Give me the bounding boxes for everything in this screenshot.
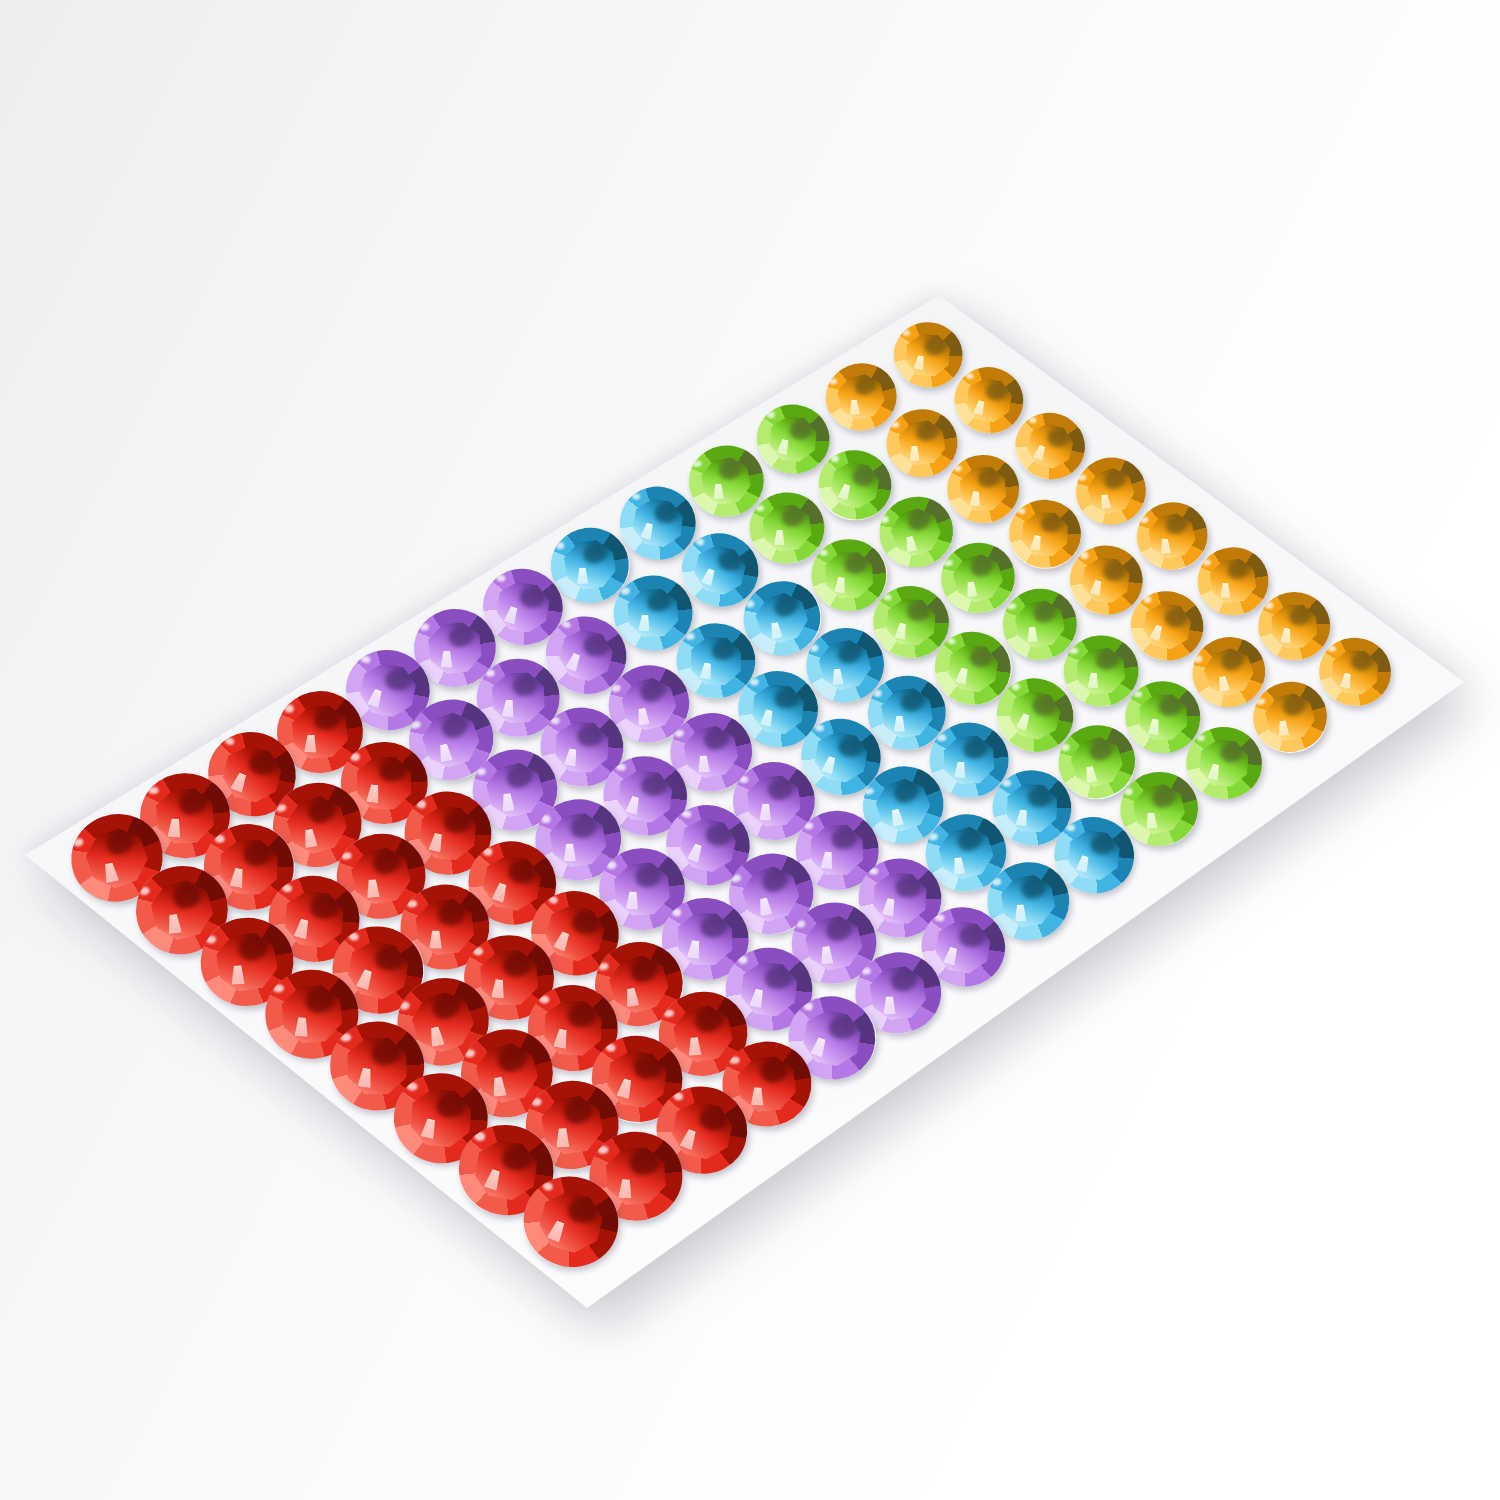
gem-table: [480, 950, 538, 1005]
gem-table: [1330, 648, 1380, 696]
gem-dark-reflection: [959, 925, 986, 948]
gem-table: [470, 1135, 541, 1204]
gem-specular-highlight: [619, 1178, 633, 1198]
gem-rim-glint: [556, 541, 565, 549]
gem-specular-highlight: [882, 898, 897, 917]
gem-dark-reflection: [914, 420, 941, 445]
gem-rim-glint: [561, 620, 572, 629]
gem-table: [1209, 558, 1258, 605]
gem-dark-reflection: [633, 862, 664, 890]
gem-table: [483, 759, 547, 821]
gem-specular-highlight: [626, 891, 639, 910]
gem-facets: [811, 538, 888, 611]
gem-rim-glint: [864, 786, 875, 795]
gem-rim-glint: [550, 716, 560, 724]
gem-specular-highlight: [420, 1118, 437, 1140]
gem-table: [871, 870, 929, 926]
gem-table: [355, 755, 412, 810]
gem-dark-reflection: [567, 1002, 598, 1029]
gem-dark-reflection: [709, 637, 737, 662]
gem-dark-reflection: [561, 1094, 596, 1126]
gem-dark-reflection: [1350, 651, 1375, 673]
gem-specular-highlight: [553, 930, 571, 952]
gem-dark-reflection: [1217, 646, 1246, 674]
gem-table: [1146, 511, 1198, 561]
gem-table: [493, 577, 553, 635]
gem-specular-highlight: [167, 913, 182, 934]
gem-specular-highlight: [910, 445, 920, 460]
gem-green: [750, 492, 825, 563]
gem-specular-highlight: [625, 795, 641, 815]
gem-dark-reflection: [633, 1055, 662, 1080]
gem-table: [880, 686, 935, 739]
gem-table: [1138, 693, 1188, 741]
gem-specular-highlight: [688, 1037, 701, 1056]
gem-specular-highlight: [564, 843, 576, 861]
gem-dark-reflection: [169, 878, 205, 912]
gem-table: [604, 1047, 671, 1111]
gem-specular-highlight: [492, 1077, 507, 1097]
gem-rim-glint: [548, 895, 559, 905]
gem-facets: [947, 454, 1020, 523]
gem-dark-reflection: [851, 373, 878, 399]
gem-table: [746, 774, 802, 827]
gem-orange: [1258, 592, 1330, 660]
gem-table: [214, 930, 281, 994]
gem-table: [548, 810, 609, 868]
gem-specular-highlight: [565, 652, 582, 672]
gem-specular-highlight: [577, 567, 588, 583]
gem-dark-reflection: [1163, 512, 1190, 537]
gem-specular-highlight: [749, 988, 765, 1008]
gem-dark-reflection: [1048, 428, 1070, 447]
gem-table: [291, 705, 349, 760]
gem-dark-reflection: [789, 419, 813, 440]
gem-rim-glint: [814, 723, 824, 732]
gem-rim-glint: [695, 538, 705, 547]
gem-table: [1023, 419, 1078, 472]
gem-rim-glint: [275, 803, 286, 813]
gem-dark-reflection: [1149, 783, 1179, 811]
gem-table: [827, 458, 883, 512]
gem-table: [605, 951, 673, 1017]
gem-rim-glint: [746, 599, 756, 608]
gem-dark-reflection: [581, 539, 611, 566]
gem-specular-highlight: [429, 930, 442, 949]
gem-specular-highlight: [1160, 539, 1171, 554]
sticker-sheet-shadow: [0, 0, 1500, 1500]
gem-rim-glint: [861, 967, 871, 975]
gem-specular-highlight: [231, 965, 245, 985]
gem-rim-glint: [796, 920, 807, 929]
gem-rim-glint: [148, 787, 158, 795]
gem-table: [81, 822, 154, 893]
gem-table: [408, 1086, 475, 1150]
gem-green: [757, 404, 830, 473]
gem-orange: [894, 322, 963, 387]
gem-table: [348, 844, 413, 907]
gem-rim-glint: [873, 689, 882, 697]
gem-dark-reflection: [626, 953, 661, 986]
gem-table: [1271, 605, 1317, 648]
gem-table: [553, 719, 610, 774]
gem-blue: [620, 486, 696, 559]
gem-table: [932, 917, 994, 977]
gem-blue: [613, 575, 692, 650]
gem-rim-glint: [928, 832, 938, 841]
gem-rim-glint: [407, 899, 417, 907]
gem-green: [1064, 635, 1139, 706]
gem-specular-highlight: [1208, 763, 1222, 781]
gem-rim-glint: [473, 948, 483, 956]
gem-table: [617, 673, 679, 734]
gem-specular-highlight: [1075, 854, 1090, 873]
gem-specular-highlight: [491, 979, 506, 999]
gem-table: [1067, 733, 1127, 791]
gem-table: [1013, 598, 1066, 649]
gem-table: [690, 541, 750, 599]
gem-facets: [747, 490, 827, 566]
gem-rim-glint: [731, 874, 742, 883]
gem-rim-glint: [937, 734, 946, 741]
gem-dark-reflection: [705, 824, 731, 846]
gem-dark-reflection: [1026, 784, 1053, 808]
gem-table: [613, 862, 670, 916]
gem-table: [816, 637, 874, 693]
gem-specular-highlight: [1280, 628, 1292, 644]
gem-table: [1080, 555, 1133, 606]
gem-green: [812, 539, 887, 611]
gem-table: [282, 792, 351, 859]
gem-table: [1198, 737, 1252, 789]
gem-rim-glint: [729, 1056, 739, 1064]
gem-specular-highlight: [1084, 765, 1097, 782]
gem-rim-glint: [749, 678, 759, 686]
gem-specular-highlight: [943, 945, 959, 965]
gem-specular-highlight: [821, 755, 837, 774]
gem-table: [355, 659, 420, 722]
gem-specular-highlight: [770, 621, 784, 639]
gem-table: [698, 455, 752, 507]
gem-rim-glint: [675, 729, 685, 737]
gem-dark-reflection: [1101, 466, 1129, 492]
gem-dark-reflection: [779, 504, 807, 529]
gem-specular-highlight: [751, 1087, 764, 1106]
gem-table: [810, 727, 871, 786]
gem-specular-highlight: [491, 881, 508, 902]
gem-table: [935, 823, 997, 883]
gem-dark-reflection: [250, 752, 278, 775]
gem-table: [554, 624, 618, 686]
gem-rim-glint: [869, 867, 879, 875]
gem-table: [1005, 686, 1065, 744]
gem-orange: [886, 409, 957, 477]
gem-table: [418, 707, 485, 772]
gem-specular-highlight: [837, 484, 852, 502]
gem-blue: [551, 527, 629, 602]
gem-dark-reflection: [429, 989, 465, 1024]
gem-dark-reflection: [495, 1042, 531, 1076]
gem-rim-glint: [495, 574, 505, 583]
gem-facets: [883, 405, 961, 480]
gem-dark-reflection: [442, 808, 471, 833]
gem-rim-glint: [672, 908, 682, 916]
gem-specular-highlight: [616, 1078, 633, 1100]
gem-red: [523, 1177, 618, 1267]
gem-dark-reflection: [503, 761, 536, 792]
gem-rim-glint: [803, 1002, 814, 1011]
gem-orange: [1070, 546, 1143, 615]
gem-facets: [1132, 497, 1213, 575]
gem-specular-highlight: [759, 803, 771, 820]
gem-rim-glint: [139, 886, 151, 896]
gem-specular-highlight: [970, 490, 981, 506]
gem-dark-reflection: [369, 1038, 402, 1067]
gem-table: [414, 897, 476, 956]
gem-rim-glint: [1140, 516, 1149, 523]
gem-table: [280, 984, 343, 1044]
gem-specular-highlight: [357, 1067, 373, 1088]
gem-rim-glint: [341, 851, 352, 860]
gem-rim-glint: [883, 593, 892, 600]
gem-green: [880, 497, 954, 567]
gem-rim-glint: [475, 767, 486, 776]
gem-specular-highlight: [428, 832, 444, 852]
gem-table: [614, 766, 676, 825]
gem-specular-highlight: [774, 530, 785, 546]
gem-dark-reflection: [834, 639, 864, 667]
gem-specular-highlight: [890, 808, 905, 827]
gem-facets: [1006, 498, 1083, 571]
gem-green: [1058, 725, 1135, 798]
gem-rim-glint: [1065, 824, 1075, 832]
gem-specular-highlight: [820, 947, 833, 966]
gem-rim-glint: [620, 587, 629, 594]
gem-specular-highlight: [849, 400, 860, 415]
gem-table: [738, 862, 804, 926]
gem-rim-glint: [631, 492, 640, 500]
gem-specular-highlight: [1015, 808, 1029, 826]
gem-specular-highlight: [894, 715, 905, 731]
gem-specular-highlight: [302, 829, 317, 849]
gem-dark-reflection: [698, 913, 728, 940]
photo-background: [0, 0, 1500, 1500]
gem-orange: [1076, 457, 1146, 524]
gem-dark-reflection: [1165, 608, 1187, 627]
gem-table: [147, 876, 217, 944]
gem-dark-reflection: [243, 841, 274, 869]
gem-specular-highlight: [103, 862, 120, 883]
gem-specular-highlight: [547, 1219, 567, 1242]
gem-dark-reflection: [888, 965, 920, 994]
gem-dark-reflection: [829, 1016, 856, 1039]
gem-dark-reflection: [1018, 874, 1049, 903]
gem-dark-reflection: [385, 669, 411, 690]
gem-specular-highlight: [293, 918, 310, 939]
gem-specular-highlight: [441, 651, 453, 668]
gem-dark-reflection: [895, 875, 923, 900]
gem-facets: [891, 319, 966, 391]
gem-specular-highlight: [1146, 812, 1158, 829]
gem-table: [539, 1093, 605, 1156]
gem-rim-glint: [1078, 473, 1087, 481]
gem-dark-reflection: [986, 382, 1008, 401]
gem-orange: [1015, 412, 1085, 478]
gem-rim-glint: [1011, 682, 1021, 691]
gem-dark-reflection: [843, 552, 870, 576]
gem-rim-glint: [420, 623, 430, 631]
gem-blue: [682, 534, 759, 607]
gem-dark-reflection: [573, 911, 601, 935]
gem-table: [825, 551, 874, 598]
gem-green: [818, 450, 891, 519]
gem-dark-reflection: [890, 776, 922, 807]
gem-table: [868, 964, 928, 1021]
gem-green: [873, 585, 949, 657]
gem-rim-glint: [1143, 595, 1152, 603]
gem-dark-reflection: [502, 1146, 532, 1171]
gem-table: [1130, 781, 1187, 836]
gem-specular-highlight: [483, 1168, 502, 1191]
gem-specular-highlight: [1016, 713, 1032, 732]
gem-dark-reflection: [954, 825, 986, 855]
gem-blue: [806, 628, 884, 702]
gem-rim-glint: [1080, 552, 1089, 559]
gem-rim-glint: [1197, 734, 1206, 741]
gem-dark-reflection: [701, 725, 732, 754]
gem-specular-highlight: [973, 399, 986, 416]
gem-dark-reflection: [764, 965, 793, 990]
gem-rim-glint: [465, 1049, 477, 1059]
gem-dark-reflection: [438, 710, 471, 742]
gem-rim-glint: [348, 932, 360, 942]
gem-dark-reflection: [1031, 599, 1059, 625]
gem-table: [885, 596, 938, 647]
gem-specular-highlight: [955, 667, 970, 685]
gem-table: [1200, 643, 1258, 699]
gem-dark-reflection: [568, 811, 600, 841]
gem-green: [1120, 772, 1198, 846]
gem-green: [688, 445, 763, 516]
gem-table: [767, 414, 819, 464]
gem-dark-reflection: [774, 687, 801, 710]
gem-rim-glint: [598, 1146, 609, 1154]
gem-rim-glint: [1070, 647, 1079, 654]
gem-green: [1002, 589, 1076, 660]
gem-specular-highlight: [760, 708, 775, 727]
gem-grid: [0, 0, 1500, 1500]
gem-specular-highlight: [554, 1029, 570, 1050]
gem-dark-reflection: [906, 600, 932, 622]
gem-table: [871, 773, 935, 836]
gem-orange: [955, 367, 1024, 433]
gem-green: [1186, 727, 1262, 799]
gem-rim-glint: [1061, 743, 1071, 752]
gem-dark-reflection: [1086, 735, 1116, 764]
gem-rim-glint: [539, 995, 550, 1004]
gem-dark-reflection: [576, 723, 605, 748]
gem-specular-highlight: [834, 576, 846, 593]
gem-green: [941, 543, 1015, 613]
gem-dark-reflection: [520, 586, 545, 607]
gem-dark-reflection: [1220, 742, 1245, 764]
gem-table: [533, 1185, 608, 1258]
gem-rim-glint: [965, 372, 974, 379]
gem-dark-reflection: [309, 894, 339, 920]
gem-table: [738, 959, 800, 1019]
gem-specular-highlight: [556, 1128, 569, 1147]
gem-dark-reflection: [718, 551, 742, 571]
gem-specular-highlight: [1027, 627, 1038, 643]
gem-specular-highlight: [757, 898, 772, 917]
gem-specular-highlight: [1147, 718, 1160, 735]
gem-rim-glint: [767, 411, 776, 418]
gem-facets: [1124, 680, 1202, 754]
gem-specular-highlight: [1087, 673, 1098, 689]
gem-green: [935, 632, 1011, 705]
gem-rim-glint: [1001, 779, 1010, 786]
gem-table: [156, 788, 214, 844]
gem-dark-reflection: [637, 675, 669, 705]
gem-orange: [1253, 682, 1327, 752]
gem-specular-highlight: [625, 987, 640, 1007]
gem-specular-highlight: [500, 793, 514, 812]
gem-specular-highlight: [1014, 904, 1026, 921]
gem-rim-glint: [541, 814, 551, 822]
gem-rim-glint: [1007, 603, 1016, 610]
gem-rim-glint: [215, 835, 225, 843]
gem-specular-highlight: [821, 851, 835, 869]
gem-specular-highlight: [168, 818, 182, 838]
gem-dark-reflection: [1288, 604, 1314, 627]
gem-table: [427, 621, 484, 675]
gem-rim-glint: [284, 705, 294, 713]
gem-table: [999, 873, 1058, 929]
gem-rim-glint: [830, 455, 839, 463]
gem-rim-glint: [610, 683, 620, 692]
gem-orange: [1009, 500, 1081, 568]
gem-table: [749, 681, 806, 736]
gem-table: [1084, 464, 1138, 517]
gem-table: [834, 372, 887, 423]
gem-rim-glint: [273, 984, 284, 992]
gem-dark-reflection: [375, 948, 403, 971]
gem-rim-glint: [1028, 416, 1037, 424]
gem-table: [627, 588, 679, 638]
gem-green: [997, 679, 1074, 752]
gem-dark-reflection: [1280, 692, 1309, 719]
gem-dark-reflection: [302, 984, 336, 1015]
gem-rim-glint: [1124, 788, 1134, 796]
gem-table: [676, 911, 734, 966]
gem-table: [1020, 511, 1069, 558]
gem-rim-glint: [410, 720, 421, 730]
gem-dark-reflection: [692, 1004, 726, 1036]
gem-table: [799, 1006, 865, 1070]
gem-table: [605, 1147, 667, 1206]
gem-blue: [676, 623, 755, 698]
gem-rim-glint: [615, 763, 625, 772]
gem-specular-highlight: [230, 868, 246, 889]
gem-dark-reflection: [369, 846, 403, 878]
gem-rim-glint: [820, 549, 828, 556]
gem-specular-highlight: [811, 1036, 829, 1057]
gem-orange: [948, 455, 1020, 523]
gem-dark-reflection: [758, 864, 791, 896]
gem-rim-glint: [360, 655, 371, 664]
gem-table: [479, 851, 545, 915]
gem-rim-glint: [606, 861, 616, 869]
